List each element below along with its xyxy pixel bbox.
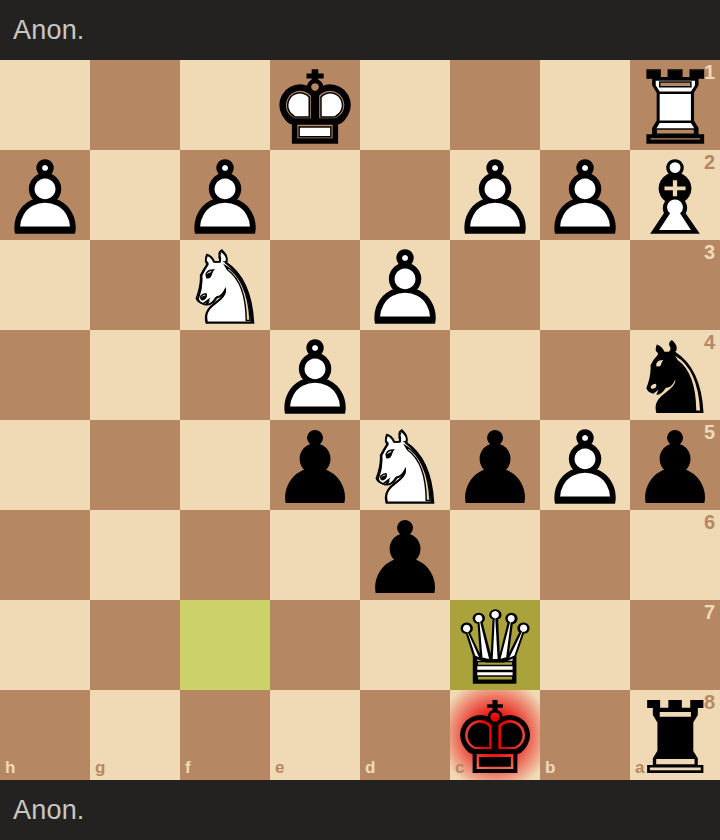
piece-fill-glyph: ♜ — [630, 694, 720, 784]
black-rook[interactable]: ♜ — [630, 690, 720, 780]
white-rook[interactable]: ♜♖ — [630, 60, 720, 150]
white-pawn[interactable]: ♟♙ — [270, 330, 360, 420]
square-d4[interactable] — [360, 330, 450, 420]
square-h4[interactable] — [0, 330, 90, 420]
square-a8[interactable]: ♜ — [630, 690, 720, 780]
square-e3[interactable] — [270, 240, 360, 330]
square-b6[interactable] — [540, 510, 630, 600]
square-h1[interactable] — [0, 60, 90, 150]
square-a3[interactable] — [630, 240, 720, 330]
square-e4[interactable]: ♟♙ — [270, 330, 360, 420]
piece-fill-glyph: ♟ — [360, 514, 450, 604]
square-g2[interactable] — [90, 150, 180, 240]
square-f8[interactable] — [180, 690, 270, 780]
chess-app: Anon. ♚♔♜♖♟♙♟♙♟♙♟♙♝♗♞♘♟♙♟♙♞♟♞♘♟♟♙♟♟♛♕♚♜h… — [0, 0, 720, 840]
square-c4[interactable] — [450, 330, 540, 420]
square-d7[interactable] — [360, 600, 450, 690]
square-f3[interactable]: ♞♘ — [180, 240, 270, 330]
piece-fill-glyph: ♟ — [630, 424, 720, 514]
square-a4[interactable]: ♞ — [630, 330, 720, 420]
piece-outline-glyph: ♙ — [540, 154, 630, 244]
white-pawn[interactable]: ♟♙ — [0, 150, 90, 240]
square-a1[interactable]: ♜♖ — [630, 60, 720, 150]
square-e1[interactable]: ♚♔ — [270, 60, 360, 150]
square-d3[interactable]: ♟♙ — [360, 240, 450, 330]
square-e8[interactable] — [270, 690, 360, 780]
square-b8[interactable] — [540, 690, 630, 780]
white-pawn[interactable]: ♟♙ — [450, 150, 540, 240]
piece-outline-glyph: ♔ — [270, 64, 360, 154]
square-a2[interactable]: ♝♗ — [630, 150, 720, 240]
square-h5[interactable] — [0, 420, 90, 510]
square-g8[interactable] — [90, 690, 180, 780]
square-c7[interactable]: ♛♕ — [450, 600, 540, 690]
piece-fill-glyph: ♟ — [270, 424, 360, 514]
white-bishop[interactable]: ♝♗ — [630, 150, 720, 240]
square-f6[interactable] — [180, 510, 270, 600]
square-b1[interactable] — [540, 60, 630, 150]
square-a6[interactable] — [630, 510, 720, 600]
piece-outline-glyph: ♙ — [540, 424, 630, 514]
square-b4[interactable] — [540, 330, 630, 420]
square-f2[interactable]: ♟♙ — [180, 150, 270, 240]
square-b2[interactable]: ♟♙ — [540, 150, 630, 240]
square-f1[interactable] — [180, 60, 270, 150]
square-e2[interactable] — [270, 150, 360, 240]
square-f4[interactable] — [180, 330, 270, 420]
last-move-highlight-f7 — [180, 600, 270, 690]
piece-outline-glyph: ♙ — [360, 244, 450, 334]
square-g3[interactable] — [90, 240, 180, 330]
piece-fill-glyph: ♟ — [450, 424, 540, 514]
square-e5[interactable]: ♟ — [270, 420, 360, 510]
square-a7[interactable] — [630, 600, 720, 690]
square-g7[interactable] — [90, 600, 180, 690]
black-knight[interactable]: ♞ — [630, 330, 720, 420]
black-king[interactable]: ♚ — [450, 690, 540, 780]
player-bar-bottom: Anon. — [0, 780, 720, 840]
white-pawn[interactable]: ♟♙ — [540, 420, 630, 510]
square-b5[interactable]: ♟♙ — [540, 420, 630, 510]
square-e7[interactable] — [270, 600, 360, 690]
square-d2[interactable] — [360, 150, 450, 240]
square-h6[interactable] — [0, 510, 90, 600]
square-c5[interactable]: ♟ — [450, 420, 540, 510]
player-name-top: Anon. — [13, 15, 85, 46]
square-g6[interactable] — [90, 510, 180, 600]
player-bar-top: Anon. — [0, 0, 720, 60]
white-pawn[interactable]: ♟♙ — [360, 240, 450, 330]
white-knight[interactable]: ♞♘ — [180, 240, 270, 330]
square-d8[interactable] — [360, 690, 450, 780]
piece-outline-glyph: ♘ — [180, 244, 270, 334]
white-pawn[interactable]: ♟♙ — [180, 150, 270, 240]
square-g5[interactable] — [90, 420, 180, 510]
square-c2[interactable]: ♟♙ — [450, 150, 540, 240]
white-queen[interactable]: ♛♕ — [450, 600, 540, 690]
square-e6[interactable] — [270, 510, 360, 600]
piece-fill-glyph: ♚ — [450, 694, 540, 784]
black-pawn[interactable]: ♟ — [360, 510, 450, 600]
square-c8[interactable]: ♚ — [450, 690, 540, 780]
square-h8[interactable] — [0, 690, 90, 780]
square-c1[interactable] — [450, 60, 540, 150]
player-name-bottom: Anon. — [13, 795, 85, 826]
square-f7[interactable] — [180, 600, 270, 690]
square-d6[interactable]: ♟ — [360, 510, 450, 600]
piece-outline-glyph: ♗ — [630, 154, 720, 244]
square-d5[interactable]: ♞♘ — [360, 420, 450, 510]
black-pawn[interactable]: ♟ — [270, 420, 360, 510]
white-pawn[interactable]: ♟♙ — [540, 150, 630, 240]
white-king[interactable]: ♚♔ — [270, 60, 360, 150]
square-a5[interactable]: ♟ — [630, 420, 720, 510]
black-pawn[interactable]: ♟ — [450, 420, 540, 510]
square-c6[interactable] — [450, 510, 540, 600]
square-g4[interactable] — [90, 330, 180, 420]
square-h2[interactable]: ♟♙ — [0, 150, 90, 240]
square-g1[interactable] — [90, 60, 180, 150]
square-f5[interactable] — [180, 420, 270, 510]
square-b7[interactable] — [540, 600, 630, 690]
square-h7[interactable] — [0, 600, 90, 690]
white-knight[interactable]: ♞♘ — [360, 420, 450, 510]
black-pawn[interactable]: ♟ — [630, 420, 720, 510]
chess-board[interactable]: ♚♔♜♖♟♙♟♙♟♙♟♙♝♗♞♘♟♙♟♙♞♟♞♘♟♟♙♟♟♛♕♚♜hgfedcb… — [0, 60, 720, 780]
square-b3[interactable] — [540, 240, 630, 330]
piece-outline-glyph: ♙ — [0, 154, 90, 244]
piece-outline-glyph: ♙ — [450, 154, 540, 244]
square-c3[interactable] — [450, 240, 540, 330]
square-h3[interactable] — [0, 240, 90, 330]
square-d1[interactable] — [360, 60, 450, 150]
